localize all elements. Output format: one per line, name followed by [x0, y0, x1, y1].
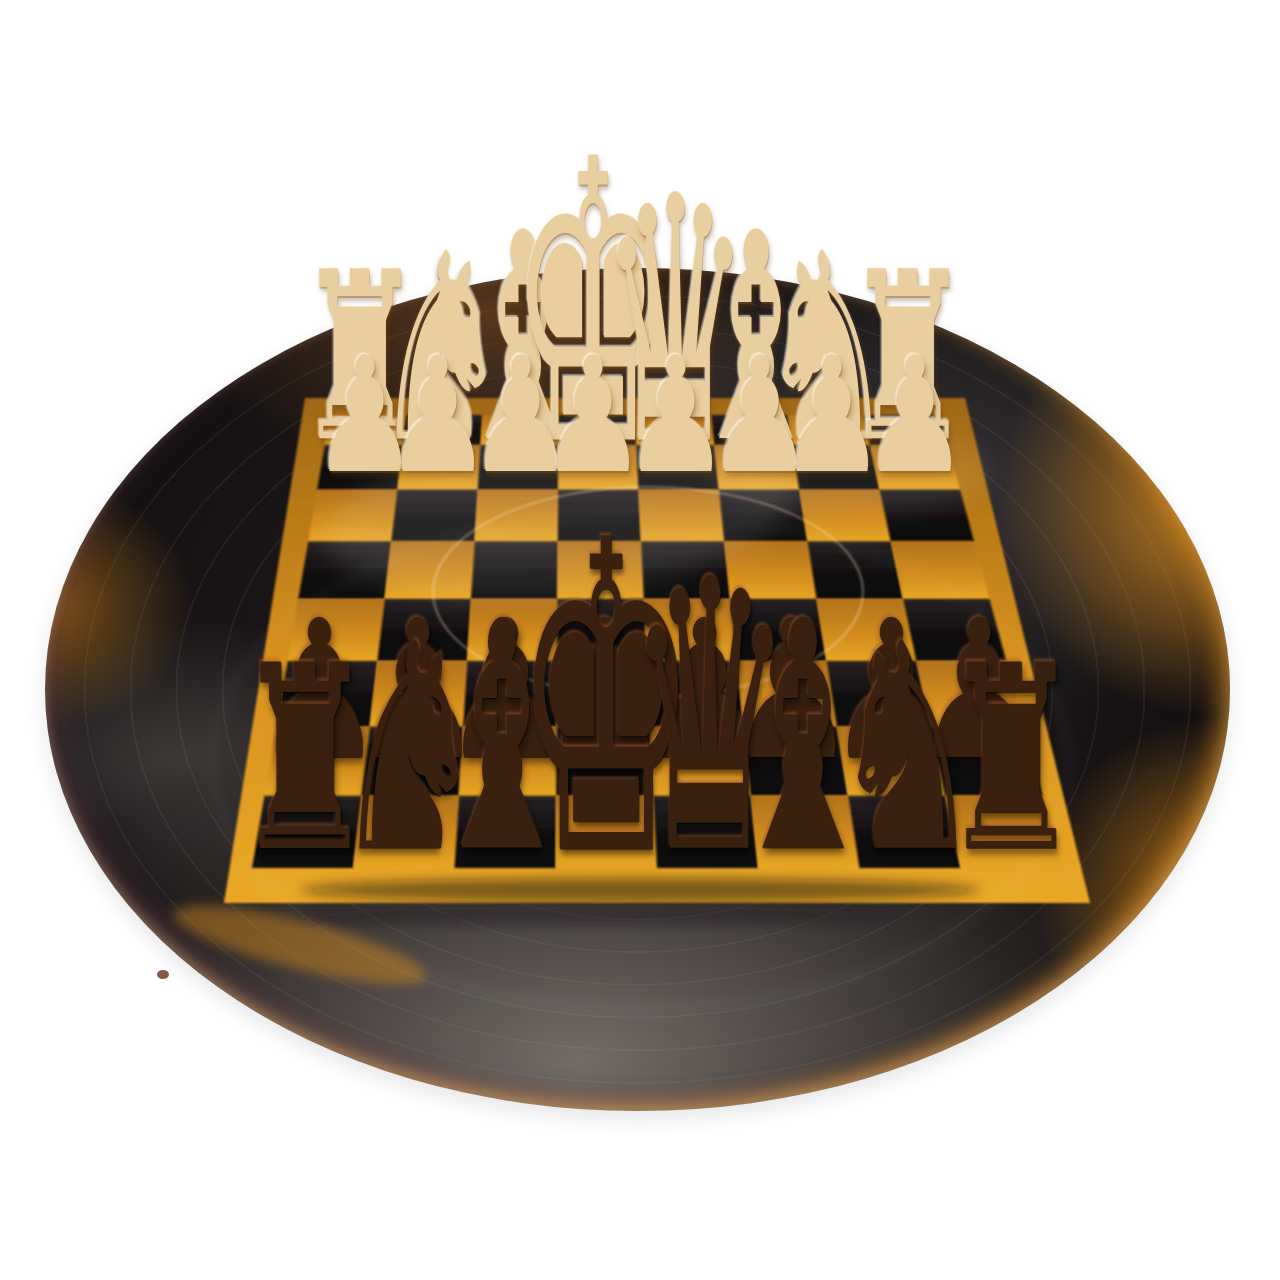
- pieces-layer: ♜♞♝♚♛♝♞♜♟♟♟♟♟♟♟♟♟♟♟♟♟♟♟♟♜♞♝♚♛♝♞♜: [0, 0, 1280, 1280]
- white-pawn[interactable]: ♟: [861, 335, 969, 495]
- photo-scene: ♜♞♝♚♛♝♞♜♟♟♟♟♟♟♟♟♟♟♟♟♟♟♟♟♜♞♝♚♛♝♞♜: [0, 0, 1280, 1280]
- black-rook[interactable]: ♜: [940, 631, 1082, 887]
